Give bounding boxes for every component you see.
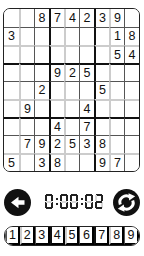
timer-colon	[55, 194, 58, 209]
cell-r6c1[interactable]	[4, 99, 19, 117]
cell-r2c2[interactable]	[19, 27, 34, 45]
restart-button[interactable]	[113, 189, 140, 216]
timer-digit	[60, 194, 68, 209]
numpad-key-4[interactable]: 4	[50, 227, 65, 245]
cell-r3c5[interactable]	[64, 45, 79, 63]
cell-r4c2[interactable]	[19, 63, 34, 81]
timer-colon	[80, 194, 83, 209]
cell-r4c8[interactable]	[109, 63, 124, 81]
numpad-key-8[interactable]: 8	[109, 227, 124, 245]
cell-r3c2[interactable]	[19, 45, 34, 63]
numpad-key-5[interactable]: 5	[65, 227, 80, 245]
sudoku-board: 8742393185492525944779253853897	[3, 8, 140, 172]
timer-digit	[95, 194, 103, 209]
cell-r4c7[interactable]	[94, 63, 109, 81]
cell-r9c2[interactable]	[19, 153, 34, 171]
cell-r8c3[interactable]: 9	[34, 135, 49, 153]
cell-r7c8[interactable]	[109, 117, 124, 135]
cell-r1c1[interactable]	[4, 9, 19, 27]
cell-r6c2[interactable]: 9	[19, 99, 34, 117]
cell-r3c7[interactable]	[94, 45, 109, 63]
numpad-key-7[interactable]: 7	[94, 227, 109, 245]
cell-r5c3[interactable]: 2	[34, 81, 49, 99]
cell-r8c8[interactable]	[109, 135, 124, 153]
cell-r5c8[interactable]	[109, 81, 124, 99]
cell-r4c3[interactable]	[34, 63, 49, 81]
cell-r1c6[interactable]: 2	[79, 9, 94, 27]
cell-r7c5[interactable]	[64, 117, 79, 135]
cell-r8c1[interactable]	[4, 135, 19, 153]
timer-display	[45, 194, 103, 209]
cell-r3c6[interactable]	[79, 45, 94, 63]
timer-digit	[70, 194, 78, 209]
cell-r6c6[interactable]: 4	[79, 99, 94, 117]
refresh-icon	[113, 189, 140, 216]
cell-r5c5[interactable]	[64, 81, 79, 99]
numpad-key-1[interactable]: 1	[5, 227, 20, 245]
cell-r1c3[interactable]: 8	[34, 9, 49, 27]
cell-r8c7[interactable]: 8	[94, 135, 109, 153]
cell-r1c7[interactable]: 3	[94, 9, 109, 27]
cell-r5c7[interactable]: 5	[94, 81, 109, 99]
cell-r5c1[interactable]	[4, 81, 19, 99]
cell-r6c5[interactable]	[64, 99, 79, 117]
cell-r5c2[interactable]	[19, 81, 34, 99]
cell-r4c9[interactable]	[124, 63, 139, 81]
cell-r4c1[interactable]	[4, 63, 19, 81]
cell-r8c6[interactable]: 3	[79, 135, 94, 153]
cell-r3c9[interactable]: 4	[124, 45, 139, 63]
cell-r8c5[interactable]: 5	[64, 135, 79, 153]
cell-r3c4[interactable]	[49, 45, 64, 63]
cell-r3c1[interactable]	[4, 45, 19, 63]
cell-r7c6[interactable]: 7	[79, 117, 94, 135]
cell-r9c4[interactable]: 8	[49, 153, 64, 171]
cell-r8c9[interactable]	[124, 135, 139, 153]
cell-r2c7[interactable]	[94, 27, 109, 45]
cell-r2c8[interactable]: 1	[109, 27, 124, 45]
cell-r9c8[interactable]: 7	[109, 153, 124, 171]
left-arrow-icon	[4, 189, 31, 216]
cell-r9c9[interactable]	[124, 153, 139, 171]
number-pad: 123456789	[4, 226, 140, 246]
cell-r9c1[interactable]: 5	[4, 153, 19, 171]
cell-r9c5[interactable]	[64, 153, 79, 171]
cell-r4c4[interactable]: 9	[49, 63, 64, 81]
cell-r7c2[interactable]	[19, 117, 34, 135]
cell-r6c4[interactable]	[49, 99, 64, 117]
cell-r5c4[interactable]	[49, 81, 64, 99]
cell-r9c3[interactable]: 3	[34, 153, 49, 171]
cell-r2c5[interactable]	[64, 27, 79, 45]
cell-r6c3[interactable]	[34, 99, 49, 117]
cell-r4c5[interactable]: 2	[64, 63, 79, 81]
cell-r7c9[interactable]	[124, 117, 139, 135]
cell-r4c6[interactable]: 5	[79, 63, 94, 81]
cell-r6c9[interactable]	[124, 99, 139, 117]
cell-r5c9[interactable]	[124, 81, 139, 99]
cell-r1c2[interactable]	[19, 9, 34, 27]
cell-r3c8[interactable]: 5	[109, 45, 124, 63]
cell-r2c4[interactable]	[49, 27, 64, 45]
cell-r2c3[interactable]	[34, 27, 49, 45]
cell-r8c4[interactable]: 2	[49, 135, 64, 153]
numpad-key-9[interactable]: 9	[124, 227, 139, 245]
cell-r9c7[interactable]: 9	[94, 153, 109, 171]
cell-r2c9[interactable]: 8	[124, 27, 139, 45]
cell-r7c4[interactable]: 4	[49, 117, 64, 135]
cell-r9c6[interactable]	[79, 153, 94, 171]
numpad-key-6[interactable]: 6	[79, 227, 94, 245]
cell-r1c8[interactable]: 9	[109, 9, 124, 27]
numpad-key-2[interactable]: 2	[20, 227, 35, 245]
timer-digit	[45, 194, 53, 209]
cell-r1c9[interactable]	[124, 9, 139, 27]
cell-r8c2[interactable]: 7	[19, 135, 34, 153]
cell-r2c1[interactable]: 3	[4, 27, 19, 45]
cell-r7c1[interactable]	[4, 117, 19, 135]
numpad-key-3[interactable]: 3	[35, 227, 50, 245]
cell-r1c4[interactable]: 7	[49, 9, 64, 27]
timer-digit	[85, 194, 93, 209]
cell-r5c6[interactable]	[79, 81, 94, 99]
cell-r1c5[interactable]: 4	[64, 9, 79, 27]
back-button[interactable]	[4, 189, 31, 216]
cell-r7c7[interactable]	[94, 117, 109, 135]
cell-r7c3[interactable]	[34, 117, 49, 135]
cell-r2c6[interactable]	[79, 27, 94, 45]
cell-r6c7[interactable]	[94, 99, 109, 117]
cell-r3c3[interactable]	[34, 45, 49, 63]
cell-r6c8[interactable]	[109, 99, 124, 117]
